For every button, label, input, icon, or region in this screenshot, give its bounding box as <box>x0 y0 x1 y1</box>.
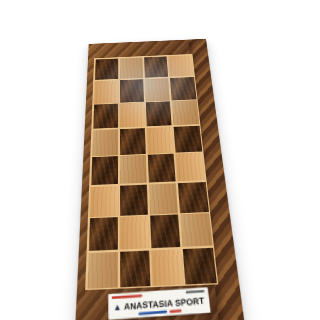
square-r5c2 <box>120 155 147 184</box>
folded-chessboard: ▲ ANASTASIA SPORT <box>75 39 245 320</box>
square-r2c1 <box>94 80 119 103</box>
square-r2c3 <box>145 78 170 101</box>
square-r4c1 <box>92 129 118 156</box>
square-r8c1 <box>87 251 118 288</box>
square-r4c2 <box>120 128 146 155</box>
microtext-red <box>112 294 143 299</box>
square-r1c1 <box>95 58 119 80</box>
square-r1c2 <box>120 57 144 79</box>
microtext-red-small <box>169 310 181 313</box>
square-r3c2 <box>120 103 145 128</box>
square-r4c3 <box>147 127 174 154</box>
square-r8c2 <box>120 250 151 287</box>
square-r6c4 <box>178 182 209 213</box>
square-r4c4 <box>173 126 201 153</box>
square-r6c2 <box>120 184 149 215</box>
square-r3c1 <box>93 104 118 129</box>
square-r1c4 <box>168 55 193 77</box>
square-r8c4 <box>183 247 217 284</box>
square-r7c1 <box>88 217 118 251</box>
square-r1c3 <box>144 56 169 78</box>
square-r5c4 <box>176 153 205 182</box>
triangle-logo-icon: ▲ <box>113 302 121 312</box>
microtext-blue <box>138 311 167 315</box>
photo-background: ▲ ANASTASIA SPORT <box>0 0 320 320</box>
square-r2c2 <box>120 79 145 102</box>
brand-label-sticker: ▲ ANASTASIA SPORT <box>108 287 211 320</box>
square-r3c4 <box>172 100 199 125</box>
square-r7c4 <box>180 213 212 247</box>
square-r5c3 <box>148 154 176 183</box>
square-r7c2 <box>120 216 150 250</box>
square-r7c3 <box>150 215 181 249</box>
square-r5c1 <box>91 156 118 185</box>
square-r3c3 <box>146 102 172 127</box>
square-r6c1 <box>90 186 119 217</box>
square-r2c4 <box>170 77 196 100</box>
square-r6c3 <box>149 183 179 214</box>
square-r8c3 <box>151 249 183 286</box>
microtext-gray <box>186 290 205 294</box>
